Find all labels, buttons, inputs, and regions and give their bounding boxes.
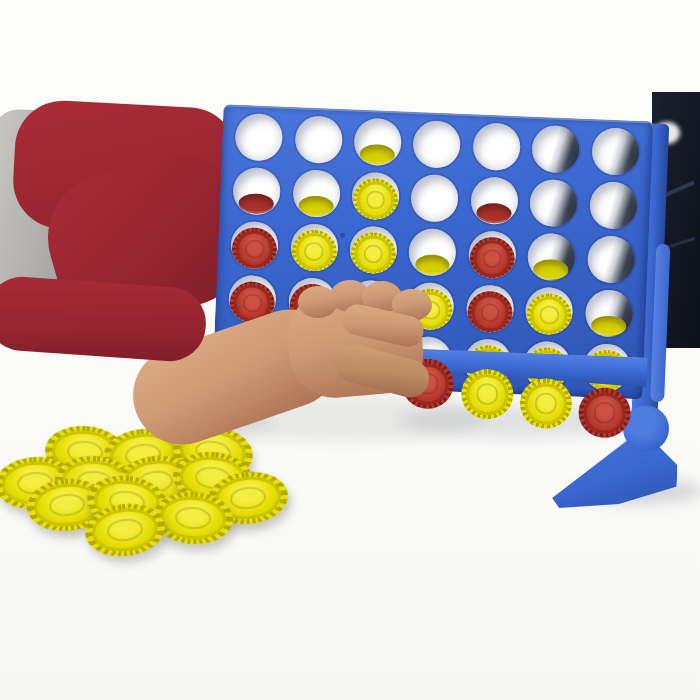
- photo-scene: Connect Four set on a white table: a chi…: [0, 0, 700, 700]
- red-sleeve-forearm: [0, 274, 208, 363]
